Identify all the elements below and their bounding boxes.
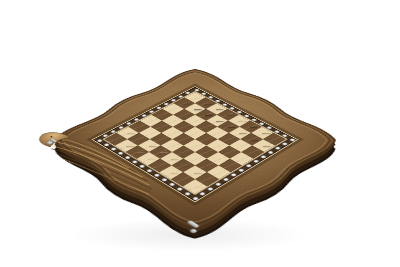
- piece-glyph: ♜: [180, 159, 209, 191]
- product-photo: ♜♞♝♛♚♝♞♜♟♟♟♟♟♟♟♟♟♟♟♟♟♟♟♟♜♞♝♛♚♝♞♜: [0, 0, 400, 267]
- piece-glyph: ♟: [251, 123, 275, 149]
- square-d5: [184, 127, 206, 139]
